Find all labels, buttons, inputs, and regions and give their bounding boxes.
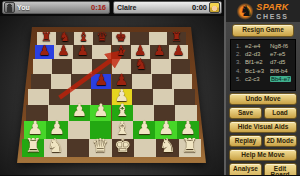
you-avatar <box>4 2 15 13</box>
black-bishop-c8[interactable]: ♝ <box>78 31 89 44</box>
black-rook-a8[interactable]: ♜ <box>41 31 52 44</box>
black-pawn-a7[interactable]: ♟ <box>38 44 50 57</box>
move-number: 2. <box>236 50 245 58</box>
black-move: Bb4-e7 <box>270 75 293 83</box>
black-knight-b8[interactable]: ♞ <box>59 31 70 44</box>
load-button[interactable]: Load <box>264 107 297 120</box>
black-move: e7-e5 <box>270 50 293 58</box>
black-pawn-g7[interactable]: ♟ <box>153 44 165 57</box>
resign-game-button[interactable]: Resign Game <box>232 24 294 37</box>
claire-name: Claire <box>117 4 136 11</box>
knight-logo-icon: ♞ <box>237 2 255 20</box>
move-number: 1. <box>236 42 245 50</box>
white-move: Bf1-e2 <box>245 58 270 66</box>
white-move: d2-d3 <box>245 50 270 58</box>
move-number: 4. <box>236 67 245 75</box>
black-pawn-b7[interactable]: ♟ <box>58 44 70 57</box>
black-queen-d8[interactable]: ♛ <box>97 31 108 44</box>
white-queen-d1[interactable]: ♛ <box>92 136 109 155</box>
black-move: Bf8-b4 <box>270 67 293 75</box>
white-rook-h1[interactable]: ♜ <box>181 136 198 155</box>
sparkchess-logo: ♞ SPARK CHESS <box>226 0 300 22</box>
you-clock: 0:16 <box>91 3 106 12</box>
replay-button[interactable]: Replay <box>229 135 262 148</box>
white-move: e2-e4 <box>245 42 270 50</box>
panel-buttons: Undo MoveSaveLoadHide Visual AidsReplay2… <box>229 93 297 176</box>
undo-move-button[interactable]: Undo Move <box>229 93 297 106</box>
game-area: You 0:16 Claire 0:00 ♜♞♝♛♚♜♟♟♟♝♟♟♟♞♟♟♟♟♟… <box>0 0 224 175</box>
claire-avatar <box>209 2 220 13</box>
white-knight-g1[interactable]: ♞ <box>159 136 176 155</box>
black-knight-f6[interactable]: ♞ <box>135 57 148 71</box>
player-bar-you: You 0:16 <box>2 1 110 14</box>
move-row: 1.e2-e4Ng8-f6 <box>236 42 293 50</box>
claire-clock: 0:00 <box>192 3 207 12</box>
side-panel: ♞ SPARK CHESS Resign Game 1.e2-e4Ng8-f62… <box>224 0 300 175</box>
black-pawn-e5[interactable]: ♟ <box>115 72 129 87</box>
black-rook-h8[interactable]: ♜ <box>171 31 182 44</box>
edit-board-button[interactable]: Edit Board <box>264 163 297 176</box>
black-king-e8[interactable]: ♚ <box>115 31 126 44</box>
white-move: Bc1-e3 <box>245 67 270 75</box>
save-button[interactable]: Save <box>229 107 262 120</box>
black-pawn-f7[interactable]: ♟ <box>134 44 146 57</box>
black-pawn-d5[interactable]: ♟ <box>95 72 109 87</box>
logo-word-spark: SPARK <box>256 3 288 12</box>
white-king-e1[interactable]: ♚ <box>114 136 131 155</box>
black-pawn-h7[interactable]: ♟ <box>173 44 185 57</box>
help-me-move-button[interactable]: Help Me Move <box>229 149 297 162</box>
white-pawn-d3[interactable]: ♟ <box>93 102 108 119</box>
logo-word-chess: CHESS <box>256 13 288 20</box>
black-bishop-e7[interactable]: ♝ <box>115 44 127 57</box>
move-number: 5. <box>236 75 245 83</box>
board-pieces: ♜♞♝♛♚♜♟♟♟♝♟♟♟♞♟♟♟♟♟♝♟♟♝♟♟♟♜♞♛♚♞♜ <box>10 18 215 168</box>
2d-mode-button[interactable]: 2D Mode <box>264 135 297 148</box>
move-row: 3.Bf1-e2d7-d5 <box>236 58 293 66</box>
player-bar-claire: Claire 0:00 <box>113 1 222 14</box>
white-pawn-c3[interactable]: ♟ <box>72 102 87 119</box>
move-number: 3. <box>236 58 245 66</box>
move-row: 4.Bc1-e3Bf8-b4 <box>236 67 293 75</box>
white-pawn-f2[interactable]: ♟ <box>136 119 152 137</box>
black-move: Ng8-f6 <box>270 42 293 50</box>
white-rook-a1[interactable]: ♜ <box>25 136 42 155</box>
white-knight-b1[interactable]: ♞ <box>47 136 64 155</box>
you-name: You <box>17 4 30 11</box>
analyse-button[interactable]: Analyse <box>229 163 262 176</box>
black-pawn-c7[interactable]: ♟ <box>77 44 89 57</box>
hide-visual-aids-button[interactable]: Hide Visual Aids <box>229 121 297 134</box>
move-row: 2.d2-d3e7-e5 <box>236 50 293 58</box>
white-move: c2-c3 <box>245 75 270 83</box>
move-list[interactable]: 1.e2-e4Ng8-f62.d2-d3e7-e53.Bf1-e2d7-d54.… <box>230 39 296 91</box>
chess-board: ♜♞♝♛♚♜♟♟♟♝♟♟♟♞♟♟♟♟♟♝♟♟♝♟♟♟♜♞♛♚♞♜ <box>10 18 215 168</box>
move-row: 5.c2-c3Bb4-e7 <box>236 75 293 83</box>
black-move: d7-d5 <box>270 58 293 66</box>
